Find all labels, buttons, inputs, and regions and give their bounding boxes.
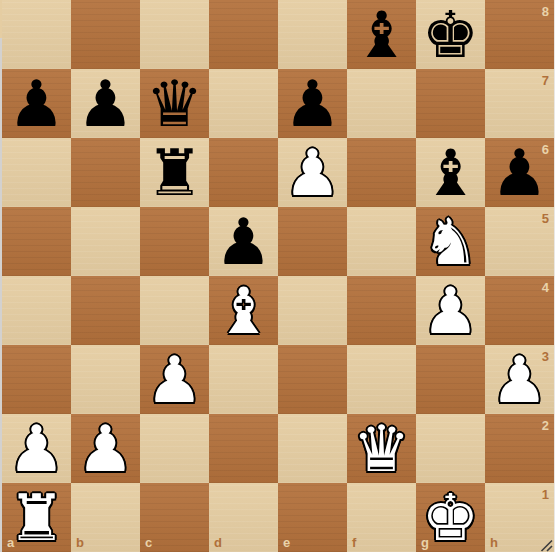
square-h8[interactable]: 8 xyxy=(485,0,554,69)
piece-white-pawn[interactable]: ♟ xyxy=(278,138,347,207)
square-c4[interactable] xyxy=(140,276,209,345)
file-label-h: h xyxy=(490,536,498,549)
rank-label-1: 1 xyxy=(542,488,549,501)
square-g7[interactable] xyxy=(416,69,485,138)
square-g8[interactable]: ♚ xyxy=(416,0,485,69)
square-e6[interactable]: ♟ xyxy=(278,138,347,207)
piece-white-pawn[interactable]: ♟ xyxy=(485,345,554,414)
piece-black-rook[interactable]: ♜ xyxy=(140,138,209,207)
square-a7[interactable]: ♟ xyxy=(2,69,71,138)
piece-black-king[interactable]: ♚ xyxy=(416,0,485,69)
piece-white-bishop[interactable]: ♝ xyxy=(209,276,278,345)
rank-label-8: 8 xyxy=(542,5,549,18)
piece-white-pawn[interactable]: ♟ xyxy=(140,345,209,414)
square-f1[interactable]: f xyxy=(347,483,416,552)
rank-label-4: 4 xyxy=(542,281,549,294)
piece-black-pawn[interactable]: ♟ xyxy=(71,69,140,138)
file-label-b: b xyxy=(76,536,84,549)
square-f5[interactable] xyxy=(347,207,416,276)
piece-black-pawn[interactable]: ♟ xyxy=(209,207,278,276)
square-h7[interactable]: 7 xyxy=(485,69,554,138)
square-h3[interactable]: ♟3 xyxy=(485,345,554,414)
square-f6[interactable] xyxy=(347,138,416,207)
piece-white-pawn[interactable]: ♟ xyxy=(2,414,71,483)
square-d4[interactable]: ♝ xyxy=(209,276,278,345)
square-a5[interactable] xyxy=(2,207,71,276)
square-c1[interactable]: c xyxy=(140,483,209,552)
square-c7[interactable]: ♛ xyxy=(140,69,209,138)
square-e5[interactable] xyxy=(278,207,347,276)
square-e4[interactable] xyxy=(278,276,347,345)
square-b8[interactable] xyxy=(71,0,140,69)
square-g3[interactable] xyxy=(416,345,485,414)
piece-white-queen[interactable]: ♛ xyxy=(347,414,416,483)
rank-label-7: 7 xyxy=(542,74,549,87)
board-edge-patch xyxy=(0,0,2,38)
square-g5[interactable]: ♞ xyxy=(416,207,485,276)
piece-black-bishop[interactable]: ♝ xyxy=(416,138,485,207)
page-gutter-left xyxy=(0,38,2,552)
square-e1[interactable]: e xyxy=(278,483,347,552)
square-f2[interactable]: ♛ xyxy=(347,414,416,483)
square-e8[interactable] xyxy=(278,0,347,69)
square-h5[interactable]: 5 xyxy=(485,207,554,276)
piece-white-knight[interactable]: ♞ xyxy=(416,207,485,276)
square-g2[interactable] xyxy=(416,414,485,483)
piece-white-rook[interactable]: ♜ xyxy=(2,483,71,552)
piece-white-pawn[interactable]: ♟ xyxy=(416,276,485,345)
rank-label-2: 2 xyxy=(542,419,549,432)
square-d2[interactable] xyxy=(209,414,278,483)
chess-board[interactable]: ♝♚8♟♟♛♟7♜♟♝♟6♟♞5♝♟4♟♟3♟♟♛2♜abcdef♚g1h xyxy=(2,0,554,552)
square-f7[interactable] xyxy=(347,69,416,138)
square-b2[interactable]: ♟ xyxy=(71,414,140,483)
square-a1[interactable]: ♜a xyxy=(2,483,71,552)
piece-white-pawn[interactable]: ♟ xyxy=(71,414,140,483)
piece-black-bishop[interactable]: ♝ xyxy=(347,0,416,69)
square-d8[interactable] xyxy=(209,0,278,69)
square-f4[interactable] xyxy=(347,276,416,345)
square-h1[interactable]: 1h xyxy=(485,483,554,552)
square-c8[interactable] xyxy=(140,0,209,69)
square-d1[interactable]: d xyxy=(209,483,278,552)
square-c2[interactable] xyxy=(140,414,209,483)
square-b1[interactable]: b xyxy=(71,483,140,552)
square-b5[interactable] xyxy=(71,207,140,276)
square-f3[interactable] xyxy=(347,345,416,414)
piece-black-queen[interactable]: ♛ xyxy=(140,69,209,138)
square-h2[interactable]: 2 xyxy=(485,414,554,483)
square-b4[interactable] xyxy=(71,276,140,345)
page: ♝♚8♟♟♛♟7♜♟♝♟6♟♞5♝♟4♟♟3♟♟♛2♜abcdef♚g1h xyxy=(0,0,555,552)
square-c5[interactable] xyxy=(140,207,209,276)
square-g1[interactable]: ♚g xyxy=(416,483,485,552)
square-d7[interactable] xyxy=(209,69,278,138)
square-a4[interactable] xyxy=(2,276,71,345)
piece-black-pawn[interactable]: ♟ xyxy=(2,69,71,138)
file-label-d: d xyxy=(214,536,222,549)
rank-label-5: 5 xyxy=(542,212,549,225)
square-d5[interactable]: ♟ xyxy=(209,207,278,276)
piece-white-king[interactable]: ♚ xyxy=(416,483,485,552)
square-d6[interactable] xyxy=(209,138,278,207)
file-label-e: e xyxy=(283,536,290,549)
square-e3[interactable] xyxy=(278,345,347,414)
square-c6[interactable]: ♜ xyxy=(140,138,209,207)
square-a2[interactable]: ♟ xyxy=(2,414,71,483)
file-label-c: c xyxy=(145,536,152,549)
square-b6[interactable] xyxy=(71,138,140,207)
square-a6[interactable] xyxy=(2,138,71,207)
square-h4[interactable]: 4 xyxy=(485,276,554,345)
square-a8[interactable] xyxy=(2,0,71,69)
square-h6[interactable]: ♟6 xyxy=(485,138,554,207)
square-f8[interactable]: ♝ xyxy=(347,0,416,69)
square-g6[interactable]: ♝ xyxy=(416,138,485,207)
square-b7[interactable]: ♟ xyxy=(71,69,140,138)
square-e7[interactable]: ♟ xyxy=(278,69,347,138)
square-e2[interactable] xyxy=(278,414,347,483)
piece-black-pawn[interactable]: ♟ xyxy=(278,69,347,138)
square-c3[interactable]: ♟ xyxy=(140,345,209,414)
square-a3[interactable] xyxy=(2,345,71,414)
square-g4[interactable]: ♟ xyxy=(416,276,485,345)
piece-black-pawn[interactable]: ♟ xyxy=(485,138,554,207)
square-d3[interactable] xyxy=(209,345,278,414)
square-b3[interactable] xyxy=(71,345,140,414)
resize-handle-icon[interactable] xyxy=(540,538,553,551)
file-label-f: f xyxy=(352,536,356,549)
